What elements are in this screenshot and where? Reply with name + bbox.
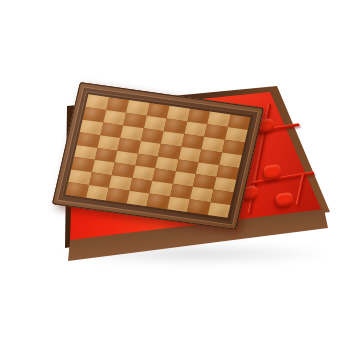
chess-board-squares (65, 94, 250, 217)
chess-board (52, 82, 264, 230)
product-photo (0, 0, 340, 340)
piece-compartment-knob (263, 164, 282, 180)
board-square (207, 202, 230, 217)
